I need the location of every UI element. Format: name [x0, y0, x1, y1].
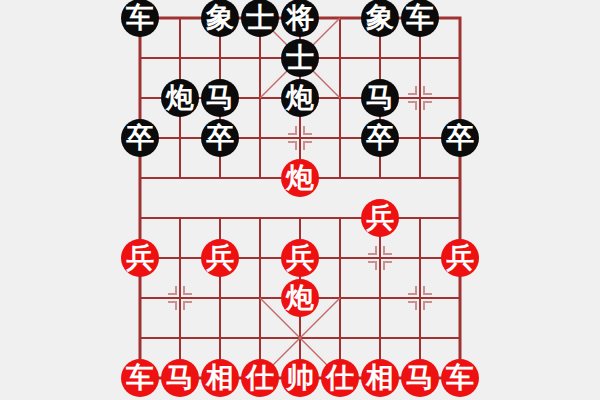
xiangqi-board: 车象士将象车士炮马炮马卒卒卒卒炮兵兵兵兵兵炮车马相仕帅仕相马车	[0, 0, 600, 400]
black-elephant[interactable]: 象	[201, 0, 239, 37]
red-horse[interactable]: 马	[401, 359, 439, 397]
black-soldier[interactable]: 卒	[201, 119, 239, 157]
black-advisor[interactable]: 士	[281, 39, 319, 77]
black-elephant[interactable]: 象	[361, 0, 399, 37]
red-horse[interactable]: 马	[161, 359, 199, 397]
black-chariot[interactable]: 车	[401, 0, 439, 37]
black-soldier[interactable]: 卒	[361, 119, 399, 157]
black-soldier[interactable]: 卒	[121, 119, 159, 157]
black-general[interactable]: 将	[281, 0, 319, 37]
red-soldier[interactable]: 兵	[121, 239, 159, 277]
black-chariot[interactable]: 车	[121, 0, 159, 37]
red-chariot[interactable]: 车	[121, 359, 159, 397]
red-elephant[interactable]: 相	[201, 359, 239, 397]
red-advisor[interactable]: 仕	[321, 359, 359, 397]
red-soldier[interactable]: 兵	[281, 239, 319, 277]
pieces-grid: 车象士将象车士炮马炮马卒卒卒卒炮兵兵兵兵兵炮车马相仕帅仕相马车	[120, 0, 480, 398]
black-cannon[interactable]: 炮	[161, 79, 199, 117]
red-elephant[interactable]: 相	[361, 359, 399, 397]
red-soldier[interactable]: 兵	[361, 199, 399, 237]
black-horse[interactable]: 马	[361, 79, 399, 117]
red-soldier[interactable]: 兵	[201, 239, 239, 277]
black-cannon[interactable]: 炮	[281, 79, 319, 117]
red-general[interactable]: 帅	[281, 359, 319, 397]
red-cannon[interactable]: 炮	[281, 279, 319, 317]
black-soldier[interactable]: 卒	[441, 119, 479, 157]
red-cannon[interactable]: 炮	[281, 159, 319, 197]
red-soldier[interactable]: 兵	[441, 239, 479, 277]
red-chariot[interactable]: 车	[441, 359, 479, 397]
red-advisor[interactable]: 仕	[241, 359, 279, 397]
black-horse[interactable]: 马	[201, 79, 239, 117]
black-advisor[interactable]: 士	[241, 0, 279, 37]
